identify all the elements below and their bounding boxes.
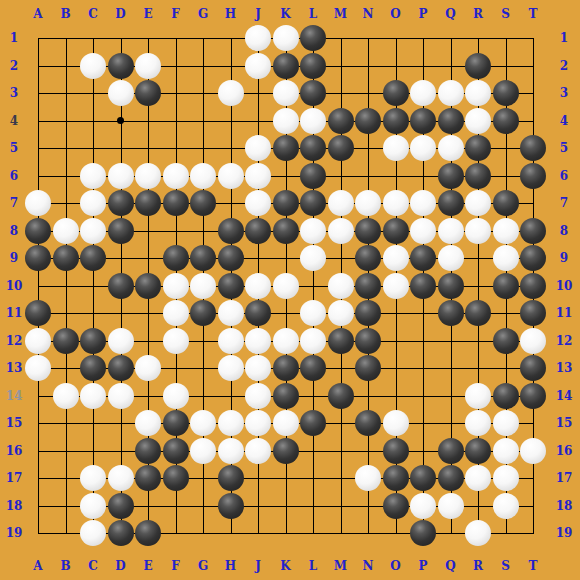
board-cell-M13[interactable]	[327, 354, 355, 382]
board-cell-S11[interactable]	[492, 299, 520, 327]
board-cell-T18[interactable]	[519, 492, 547, 520]
board-cell-N9[interactable]	[354, 244, 382, 272]
board-cell-T4[interactable]	[519, 107, 547, 135]
board-cell-O12[interactable]	[382, 327, 410, 355]
board-cell-T6[interactable]	[519, 162, 547, 190]
board-cell-G2[interactable]	[189, 52, 217, 80]
board-cell-D2[interactable]	[107, 52, 135, 80]
board-cell-N1[interactable]	[354, 24, 382, 52]
board-cell-H9[interactable]	[217, 244, 245, 272]
board-cell-D4[interactable]	[107, 107, 135, 135]
board-cell-T13[interactable]	[519, 354, 547, 382]
board-cell-C1[interactable]	[79, 24, 107, 52]
board-cell-M16[interactable]	[327, 437, 355, 465]
board-cell-F14[interactable]	[162, 382, 190, 410]
board-cell-D12[interactable]	[107, 327, 135, 355]
board-cell-D7[interactable]	[107, 189, 135, 217]
board-cell-N19[interactable]	[354, 519, 382, 547]
board-cell-T16[interactable]	[519, 437, 547, 465]
board-cell-N2[interactable]	[354, 52, 382, 80]
board-cell-H11[interactable]	[217, 299, 245, 327]
board-cell-A5[interactable]	[24, 134, 52, 162]
board-cell-M5[interactable]	[327, 134, 355, 162]
board-cell-B15[interactable]	[52, 409, 80, 437]
board-cell-S6[interactable]	[492, 162, 520, 190]
board-cell-K2[interactable]	[272, 52, 300, 80]
board-cell-A2[interactable]	[24, 52, 52, 80]
board-cell-A10[interactable]	[24, 272, 52, 300]
board-cell-O11[interactable]	[382, 299, 410, 327]
board-cell-S5[interactable]	[492, 134, 520, 162]
board-cell-G13[interactable]	[189, 354, 217, 382]
board-cell-T15[interactable]	[519, 409, 547, 437]
board-cell-E4[interactable]	[134, 107, 162, 135]
board-cell-R5[interactable]	[464, 134, 492, 162]
board-cell-Q9[interactable]	[437, 244, 465, 272]
board-cell-L16[interactable]	[299, 437, 327, 465]
board-cell-B5[interactable]	[52, 134, 80, 162]
board-cell-H13[interactable]	[217, 354, 245, 382]
board-cell-Q5[interactable]	[437, 134, 465, 162]
board-cell-Q16[interactable]	[437, 437, 465, 465]
board-cell-A14[interactable]	[24, 382, 52, 410]
board-cell-H7[interactable]	[217, 189, 245, 217]
board-cell-E9[interactable]	[134, 244, 162, 272]
board-cell-L2[interactable]	[299, 52, 327, 80]
board-cell-B11[interactable]	[52, 299, 80, 327]
board-cell-A12[interactable]	[24, 327, 52, 355]
board-cell-P6[interactable]	[409, 162, 437, 190]
board-cell-L9[interactable]	[299, 244, 327, 272]
board-cell-E2[interactable]	[134, 52, 162, 80]
board-cell-N10[interactable]	[354, 272, 382, 300]
board-cell-S19[interactable]	[492, 519, 520, 547]
board-cell-M1[interactable]	[327, 24, 355, 52]
board-cell-M9[interactable]	[327, 244, 355, 272]
board-cell-P16[interactable]	[409, 437, 437, 465]
board-cell-F12[interactable]	[162, 327, 190, 355]
board-cell-D18[interactable]	[107, 492, 135, 520]
board-cell-P1[interactable]	[409, 24, 437, 52]
board-cell-L3[interactable]	[299, 79, 327, 107]
board-cell-S18[interactable]	[492, 492, 520, 520]
board-cell-J7[interactable]	[244, 189, 272, 217]
board-cell-G10[interactable]	[189, 272, 217, 300]
board-cell-T3[interactable]	[519, 79, 547, 107]
board-cell-P7[interactable]	[409, 189, 437, 217]
board-cell-M7[interactable]	[327, 189, 355, 217]
board-cell-L5[interactable]	[299, 134, 327, 162]
board-cell-S17[interactable]	[492, 464, 520, 492]
board-cell-F5[interactable]	[162, 134, 190, 162]
board-cell-L4[interactable]	[299, 107, 327, 135]
board-cell-S10[interactable]	[492, 272, 520, 300]
board-cell-G11[interactable]	[189, 299, 217, 327]
board-cell-R13[interactable]	[464, 354, 492, 382]
board-cell-R19[interactable]	[464, 519, 492, 547]
board-cell-B18[interactable]	[52, 492, 80, 520]
board-cell-A13[interactable]	[24, 354, 52, 382]
board-cell-R3[interactable]	[464, 79, 492, 107]
board-cell-N11[interactable]	[354, 299, 382, 327]
board-cell-H14[interactable]	[217, 382, 245, 410]
board-cell-J2[interactable]	[244, 52, 272, 80]
board-cell-O10[interactable]	[382, 272, 410, 300]
board-cell-J16[interactable]	[244, 437, 272, 465]
board-cell-F8[interactable]	[162, 217, 190, 245]
board-cell-C7[interactable]	[79, 189, 107, 217]
board-cell-O8[interactable]	[382, 217, 410, 245]
board-cell-L15[interactable]	[299, 409, 327, 437]
board-cell-M6[interactable]	[327, 162, 355, 190]
board-cell-A11[interactable]	[24, 299, 52, 327]
board-cell-N18[interactable]	[354, 492, 382, 520]
board-cell-P13[interactable]	[409, 354, 437, 382]
board-cell-C17[interactable]	[79, 464, 107, 492]
board-cell-O17[interactable]	[382, 464, 410, 492]
board-cell-E14[interactable]	[134, 382, 162, 410]
board-cell-B6[interactable]	[52, 162, 80, 190]
board-cell-J12[interactable]	[244, 327, 272, 355]
board-cell-S15[interactable]	[492, 409, 520, 437]
board-cell-E10[interactable]	[134, 272, 162, 300]
board-cell-C18[interactable]	[79, 492, 107, 520]
board-cell-S9[interactable]	[492, 244, 520, 272]
board-cell-P18[interactable]	[409, 492, 437, 520]
board-cell-L14[interactable]	[299, 382, 327, 410]
board-cell-P9[interactable]	[409, 244, 437, 272]
board-cell-D14[interactable]	[107, 382, 135, 410]
board-cell-O19[interactable]	[382, 519, 410, 547]
board-cell-G9[interactable]	[189, 244, 217, 272]
board-cell-K17[interactable]	[272, 464, 300, 492]
board-cell-C12[interactable]	[79, 327, 107, 355]
board-cell-A1[interactable]	[24, 24, 52, 52]
board-cell-A7[interactable]	[24, 189, 52, 217]
board-cell-F18[interactable]	[162, 492, 190, 520]
board-cell-J11[interactable]	[244, 299, 272, 327]
board-cell-G6[interactable]	[189, 162, 217, 190]
board-cell-B9[interactable]	[52, 244, 80, 272]
board-cell-Q18[interactable]	[437, 492, 465, 520]
board-cell-K4[interactable]	[272, 107, 300, 135]
board-cell-D1[interactable]	[107, 24, 135, 52]
board-cell-K16[interactable]	[272, 437, 300, 465]
board-cell-B4[interactable]	[52, 107, 80, 135]
board-cell-E12[interactable]	[134, 327, 162, 355]
go-board[interactable]: AABBCCDDEEFFGGHHJJKKLLMMNNOOPPQQRRSSTT11…	[0, 0, 580, 580]
board-cell-L19[interactable]	[299, 519, 327, 547]
board-cell-T7[interactable]	[519, 189, 547, 217]
board-cell-T9[interactable]	[519, 244, 547, 272]
board-cell-L11[interactable]	[299, 299, 327, 327]
board-cell-F10[interactable]	[162, 272, 190, 300]
board-cell-F19[interactable]	[162, 519, 190, 547]
board-cell-N8[interactable]	[354, 217, 382, 245]
board-cell-H19[interactable]	[217, 519, 245, 547]
board-cell-T10[interactable]	[519, 272, 547, 300]
board-cell-L1[interactable]	[299, 24, 327, 52]
board-cell-Q6[interactable]	[437, 162, 465, 190]
board-cell-Q8[interactable]	[437, 217, 465, 245]
board-cell-E13[interactable]	[134, 354, 162, 382]
board-cell-R8[interactable]	[464, 217, 492, 245]
board-cell-Q10[interactable]	[437, 272, 465, 300]
board-cell-T14[interactable]	[519, 382, 547, 410]
board-cell-O4[interactable]	[382, 107, 410, 135]
board-cell-R11[interactable]	[464, 299, 492, 327]
board-cell-E19[interactable]	[134, 519, 162, 547]
board-cell-K7[interactable]	[272, 189, 300, 217]
board-cell-O16[interactable]	[382, 437, 410, 465]
board-cell-M11[interactable]	[327, 299, 355, 327]
board-cell-Q15[interactable]	[437, 409, 465, 437]
board-cell-F15[interactable]	[162, 409, 190, 437]
board-cell-H16[interactable]	[217, 437, 245, 465]
board-cell-S12[interactable]	[492, 327, 520, 355]
board-cell-D8[interactable]	[107, 217, 135, 245]
board-cell-K6[interactable]	[272, 162, 300, 190]
board-cell-Q14[interactable]	[437, 382, 465, 410]
board-cell-P15[interactable]	[409, 409, 437, 437]
board-cell-F11[interactable]	[162, 299, 190, 327]
board-cell-J13[interactable]	[244, 354, 272, 382]
board-cell-Q19[interactable]	[437, 519, 465, 547]
board-cell-K3[interactable]	[272, 79, 300, 107]
board-cell-L7[interactable]	[299, 189, 327, 217]
board-cell-H1[interactable]	[217, 24, 245, 52]
board-cell-R17[interactable]	[464, 464, 492, 492]
board-cell-D13[interactable]	[107, 354, 135, 382]
board-cell-D16[interactable]	[107, 437, 135, 465]
board-cell-E16[interactable]	[134, 437, 162, 465]
board-cell-S8[interactable]	[492, 217, 520, 245]
board-cell-T19[interactable]	[519, 519, 547, 547]
board-cell-G16[interactable]	[189, 437, 217, 465]
board-cell-G1[interactable]	[189, 24, 217, 52]
board-cell-S7[interactable]	[492, 189, 520, 217]
board-cell-M18[interactable]	[327, 492, 355, 520]
board-cell-S2[interactable]	[492, 52, 520, 80]
board-cell-K1[interactable]	[272, 24, 300, 52]
board-cell-F3[interactable]	[162, 79, 190, 107]
board-cell-M17[interactable]	[327, 464, 355, 492]
board-cell-J4[interactable]	[244, 107, 272, 135]
board-cell-R15[interactable]	[464, 409, 492, 437]
board-cell-Q1[interactable]	[437, 24, 465, 52]
board-cell-S4[interactable]	[492, 107, 520, 135]
board-cell-H2[interactable]	[217, 52, 245, 80]
board-cell-O7[interactable]	[382, 189, 410, 217]
board-cell-A17[interactable]	[24, 464, 52, 492]
board-cell-N6[interactable]	[354, 162, 382, 190]
board-cell-T17[interactable]	[519, 464, 547, 492]
board-cell-C6[interactable]	[79, 162, 107, 190]
board-cell-P3[interactable]	[409, 79, 437, 107]
board-cell-A18[interactable]	[24, 492, 52, 520]
board-cell-J6[interactable]	[244, 162, 272, 190]
board-cell-D10[interactable]	[107, 272, 135, 300]
board-cell-P12[interactable]	[409, 327, 437, 355]
board-cell-O18[interactable]	[382, 492, 410, 520]
board-cell-E17[interactable]	[134, 464, 162, 492]
board-cell-E3[interactable]	[134, 79, 162, 107]
board-cell-E11[interactable]	[134, 299, 162, 327]
board-cell-C11[interactable]	[79, 299, 107, 327]
board-cell-A15[interactable]	[24, 409, 52, 437]
board-cell-O1[interactable]	[382, 24, 410, 52]
board-cell-K10[interactable]	[272, 272, 300, 300]
board-cell-P11[interactable]	[409, 299, 437, 327]
board-cell-A3[interactable]	[24, 79, 52, 107]
board-cell-F17[interactable]	[162, 464, 190, 492]
board-cell-D17[interactable]	[107, 464, 135, 492]
board-cell-M3[interactable]	[327, 79, 355, 107]
board-cell-H4[interactable]	[217, 107, 245, 135]
board-cell-F6[interactable]	[162, 162, 190, 190]
board-cell-E6[interactable]	[134, 162, 162, 190]
board-cell-E5[interactable]	[134, 134, 162, 162]
board-cell-E15[interactable]	[134, 409, 162, 437]
board-cell-E7[interactable]	[134, 189, 162, 217]
board-cell-L18[interactable]	[299, 492, 327, 520]
board-cell-E18[interactable]	[134, 492, 162, 520]
board-cell-R18[interactable]	[464, 492, 492, 520]
board-cell-H15[interactable]	[217, 409, 245, 437]
board-cell-O2[interactable]	[382, 52, 410, 80]
board-cell-K19[interactable]	[272, 519, 300, 547]
board-cell-B12[interactable]	[52, 327, 80, 355]
board-cell-G15[interactable]	[189, 409, 217, 437]
board-cell-N5[interactable]	[354, 134, 382, 162]
board-cell-R16[interactable]	[464, 437, 492, 465]
board-cell-R12[interactable]	[464, 327, 492, 355]
board-cell-N16[interactable]	[354, 437, 382, 465]
board-cell-T2[interactable]	[519, 52, 547, 80]
board-cell-D5[interactable]	[107, 134, 135, 162]
board-cell-N14[interactable]	[354, 382, 382, 410]
board-cell-R4[interactable]	[464, 107, 492, 135]
board-cell-P2[interactable]	[409, 52, 437, 80]
board-cell-L8[interactable]	[299, 217, 327, 245]
board-cell-B7[interactable]	[52, 189, 80, 217]
board-cell-O15[interactable]	[382, 409, 410, 437]
board-cell-J14[interactable]	[244, 382, 272, 410]
board-cell-O13[interactable]	[382, 354, 410, 382]
board-cell-C3[interactable]	[79, 79, 107, 107]
board-cell-R1[interactable]	[464, 24, 492, 52]
board-cell-B8[interactable]	[52, 217, 80, 245]
board-cell-J1[interactable]	[244, 24, 272, 52]
board-cell-G19[interactable]	[189, 519, 217, 547]
board-cell-N4[interactable]	[354, 107, 382, 135]
board-cell-K18[interactable]	[272, 492, 300, 520]
board-cell-A4[interactable]	[24, 107, 52, 135]
board-cell-O6[interactable]	[382, 162, 410, 190]
board-cell-P4[interactable]	[409, 107, 437, 135]
board-cell-P5[interactable]	[409, 134, 437, 162]
board-cell-M12[interactable]	[327, 327, 355, 355]
board-cell-T5[interactable]	[519, 134, 547, 162]
board-cell-H3[interactable]	[217, 79, 245, 107]
board-cell-G14[interactable]	[189, 382, 217, 410]
board-cell-H6[interactable]	[217, 162, 245, 190]
board-cell-H12[interactable]	[217, 327, 245, 355]
board-cell-L10[interactable]	[299, 272, 327, 300]
board-cell-H10[interactable]	[217, 272, 245, 300]
board-cell-P19[interactable]	[409, 519, 437, 547]
board-cell-A9[interactable]	[24, 244, 52, 272]
board-cell-O3[interactable]	[382, 79, 410, 107]
board-cell-L12[interactable]	[299, 327, 327, 355]
board-cell-C9[interactable]	[79, 244, 107, 272]
board-cell-C14[interactable]	[79, 382, 107, 410]
board-cell-T1[interactable]	[519, 24, 547, 52]
board-cell-J8[interactable]	[244, 217, 272, 245]
board-cell-D11[interactable]	[107, 299, 135, 327]
board-cell-J3[interactable]	[244, 79, 272, 107]
board-cell-M15[interactable]	[327, 409, 355, 437]
board-cell-P8[interactable]	[409, 217, 437, 245]
board-cell-M4[interactable]	[327, 107, 355, 135]
board-cell-F13[interactable]	[162, 354, 190, 382]
board-cell-Q7[interactable]	[437, 189, 465, 217]
board-cell-B2[interactable]	[52, 52, 80, 80]
board-cell-B14[interactable]	[52, 382, 80, 410]
board-cell-B3[interactable]	[52, 79, 80, 107]
board-cell-P14[interactable]	[409, 382, 437, 410]
board-cell-H18[interactable]	[217, 492, 245, 520]
board-cell-G12[interactable]	[189, 327, 217, 355]
board-cell-K14[interactable]	[272, 382, 300, 410]
board-cell-D6[interactable]	[107, 162, 135, 190]
board-cell-F16[interactable]	[162, 437, 190, 465]
board-cell-C4[interactable]	[79, 107, 107, 135]
board-cell-O9[interactable]	[382, 244, 410, 272]
board-cell-T11[interactable]	[519, 299, 547, 327]
board-cell-M8[interactable]	[327, 217, 355, 245]
board-cell-A16[interactable]	[24, 437, 52, 465]
board-cell-J10[interactable]	[244, 272, 272, 300]
board-cell-G8[interactable]	[189, 217, 217, 245]
board-cell-N3[interactable]	[354, 79, 382, 107]
board-cell-N7[interactable]	[354, 189, 382, 217]
board-cell-F7[interactable]	[162, 189, 190, 217]
board-cell-M19[interactable]	[327, 519, 355, 547]
board-cell-J5[interactable]	[244, 134, 272, 162]
board-cell-R7[interactable]	[464, 189, 492, 217]
board-cell-F4[interactable]	[162, 107, 190, 135]
board-cell-J9[interactable]	[244, 244, 272, 272]
board-cell-G7[interactable]	[189, 189, 217, 217]
board-cell-J19[interactable]	[244, 519, 272, 547]
board-cell-L6[interactable]	[299, 162, 327, 190]
board-cell-F2[interactable]	[162, 52, 190, 80]
board-cell-Q13[interactable]	[437, 354, 465, 382]
board-cell-G3[interactable]	[189, 79, 217, 107]
board-cell-R14[interactable]	[464, 382, 492, 410]
board-cell-K5[interactable]	[272, 134, 300, 162]
board-cell-S13[interactable]	[492, 354, 520, 382]
board-cell-E1[interactable]	[134, 24, 162, 52]
board-cell-P17[interactable]	[409, 464, 437, 492]
board-cell-R9[interactable]	[464, 244, 492, 272]
board-cell-L17[interactable]	[299, 464, 327, 492]
board-cell-G5[interactable]	[189, 134, 217, 162]
board-cell-T8[interactable]	[519, 217, 547, 245]
board-intersections[interactable]	[24, 24, 547, 547]
board-cell-D15[interactable]	[107, 409, 135, 437]
